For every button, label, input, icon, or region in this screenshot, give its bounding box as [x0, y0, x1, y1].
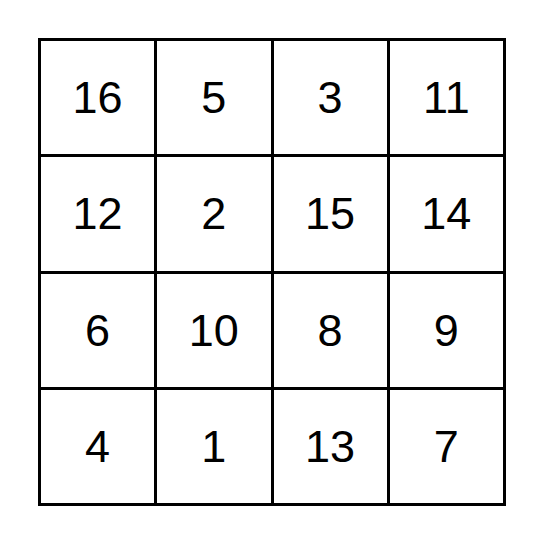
cell-number: 3 [318, 75, 343, 120]
cell-number: 5 [201, 75, 226, 120]
grid-cell-r4c3[interactable]: 13 [274, 390, 387, 503]
cell-number: 6 [85, 308, 110, 353]
cell-number: 2 [201, 191, 226, 236]
cell-number: 4 [85, 424, 110, 469]
cell-number: 12 [73, 191, 123, 236]
cell-number: 10 [189, 308, 239, 353]
cell-number: 1 [201, 424, 226, 469]
grid-cell-r2c1[interactable]: 12 [41, 157, 154, 270]
grid-cell-r4c2[interactable]: 1 [157, 390, 270, 503]
grid-cell-r3c3[interactable]: 8 [274, 274, 387, 387]
grid-cell-r2c2[interactable]: 2 [157, 157, 270, 270]
grid-cell-r4c4[interactable]: 7 [390, 390, 503, 503]
grid-cell-r3c1[interactable]: 6 [41, 274, 154, 387]
grid-cell-r1c3[interactable]: 3 [274, 41, 387, 154]
grid-cell-r2c4[interactable]: 14 [390, 157, 503, 270]
cell-number: 14 [421, 191, 471, 236]
grid-cell-r1c2[interactable]: 5 [157, 41, 270, 154]
cell-number: 16 [73, 75, 123, 120]
cell-number: 8 [318, 308, 343, 353]
grid-cell-r2c3[interactable]: 15 [274, 157, 387, 270]
cell-number: 7 [434, 424, 459, 469]
cell-number: 15 [305, 191, 355, 236]
cell-number: 9 [434, 308, 459, 353]
grid-cell-r1c4[interactable]: 11 [390, 41, 503, 154]
grid-cell-r3c2[interactable]: 10 [157, 274, 270, 387]
cell-number: 11 [423, 75, 470, 120]
grid-cell-r4c1[interactable]: 4 [41, 390, 154, 503]
puzzle-board: 16531112215146108941137 [38, 38, 506, 506]
grid-cell-r3c4[interactable]: 9 [390, 274, 503, 387]
grid-cell-r1c1[interactable]: 16 [41, 41, 154, 154]
cell-number: 13 [305, 424, 355, 469]
